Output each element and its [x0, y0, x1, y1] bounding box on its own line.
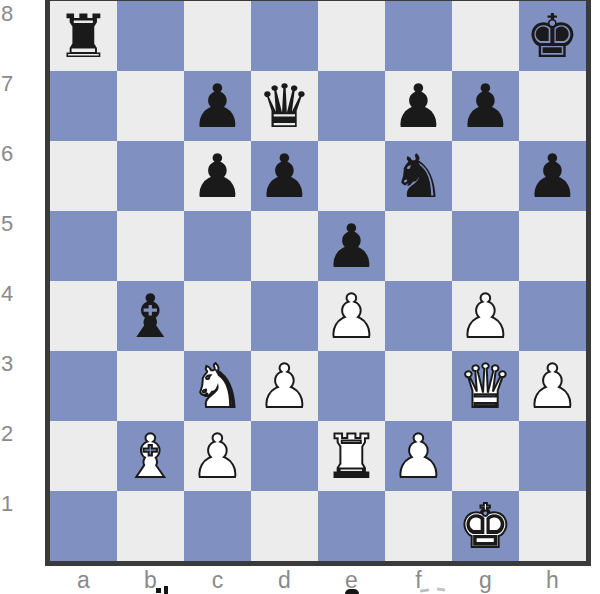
white-knight[interactable]: ♞	[191, 351, 245, 421]
rank-label-2: 2	[1, 420, 21, 490]
square-b8[interactable]	[117, 1, 184, 71]
square-b3[interactable]	[117, 351, 184, 421]
cropped-text-fragment	[345, 589, 359, 594]
white-rook[interactable]: ♜	[325, 421, 379, 491]
black-pawn[interactable]: ♟	[191, 71, 245, 141]
square-c5[interactable]	[184, 211, 251, 281]
square-f1[interactable]	[385, 491, 452, 561]
square-h5[interactable]	[519, 211, 586, 281]
square-a8[interactable]: ♜	[50, 1, 117, 71]
black-pawn[interactable]: ♟	[526, 141, 580, 211]
square-f4[interactable]	[385, 281, 452, 351]
square-d4[interactable]	[251, 281, 318, 351]
black-pawn[interactable]: ♟	[258, 141, 312, 211]
black-rook[interactable]: ♜	[57, 1, 111, 71]
file-labels: abcdefgh	[50, 566, 586, 592]
square-d2[interactable]	[251, 421, 318, 491]
square-b5[interactable]	[117, 211, 184, 281]
cropped-text-fragment	[164, 586, 168, 594]
rank-label-4: 4	[1, 280, 21, 350]
square-e4[interactable]: ♟	[318, 281, 385, 351]
square-a2[interactable]	[50, 421, 117, 491]
square-b6[interactable]	[117, 141, 184, 211]
square-g6[interactable]	[452, 141, 519, 211]
square-f5[interactable]	[385, 211, 452, 281]
square-d3[interactable]: ♟	[251, 351, 318, 421]
square-h8[interactable]: ♚	[519, 1, 586, 71]
square-d7[interactable]: ♛	[251, 71, 318, 141]
square-h4[interactable]	[519, 281, 586, 351]
file-label-a: a	[50, 566, 117, 592]
square-g2[interactable]	[452, 421, 519, 491]
square-e1[interactable]	[318, 491, 385, 561]
square-c4[interactable]	[184, 281, 251, 351]
cropped-text-fragment	[156, 588, 161, 593]
square-d6[interactable]: ♟	[251, 141, 318, 211]
square-g1[interactable]: ♚	[452, 491, 519, 561]
square-a7[interactable]	[50, 71, 117, 141]
black-pawn[interactable]: ♟	[325, 211, 379, 281]
square-f7[interactable]: ♟	[385, 71, 452, 141]
square-c8[interactable]	[184, 1, 251, 71]
square-g8[interactable]	[452, 1, 519, 71]
white-king[interactable]: ♚	[459, 491, 513, 561]
board-frame: ♜♚♟♛♟♟♟♟♞♟♟♝♟♟♞♟♛♟♝♟♜♟♚	[45, 0, 591, 566]
square-c7[interactable]: ♟	[184, 71, 251, 141]
rank-labels: 87654321	[1, 0, 21, 560]
square-b4[interactable]: ♝	[117, 281, 184, 351]
white-bishop[interactable]: ♝	[124, 421, 178, 491]
square-f3[interactable]	[385, 351, 452, 421]
white-pawn[interactable]: ♟	[191, 421, 245, 491]
black-bishop[interactable]: ♝	[124, 281, 178, 351]
white-pawn[interactable]: ♟	[258, 351, 312, 421]
square-g4[interactable]: ♟	[452, 281, 519, 351]
square-g7[interactable]: ♟	[452, 71, 519, 141]
square-f6[interactable]: ♞	[385, 141, 452, 211]
white-pawn[interactable]: ♟	[526, 351, 580, 421]
square-e6[interactable]	[318, 141, 385, 211]
square-e8[interactable]	[318, 1, 385, 71]
square-b1[interactable]	[117, 491, 184, 561]
square-f2[interactable]: ♟	[385, 421, 452, 491]
rank-label-8: 8	[1, 0, 21, 70]
black-pawn[interactable]: ♟	[459, 71, 513, 141]
black-king[interactable]: ♚	[526, 1, 580, 71]
rank-label-6: 6	[1, 140, 21, 210]
file-label-c: c	[184, 566, 251, 592]
square-g5[interactable]	[452, 211, 519, 281]
square-a5[interactable]	[50, 211, 117, 281]
white-pawn[interactable]: ♟	[459, 281, 513, 351]
square-a6[interactable]	[50, 141, 117, 211]
square-f8[interactable]	[385, 1, 452, 71]
square-c6[interactable]: ♟	[184, 141, 251, 211]
square-h1[interactable]	[519, 491, 586, 561]
square-b7[interactable]	[117, 71, 184, 141]
square-e2[interactable]: ♜	[318, 421, 385, 491]
file-label-h: h	[519, 566, 586, 592]
square-a3[interactable]	[50, 351, 117, 421]
black-pawn[interactable]: ♟	[392, 71, 446, 141]
square-c1[interactable]	[184, 491, 251, 561]
black-queen[interactable]: ♛	[258, 71, 312, 141]
rank-label-5: 5	[1, 210, 21, 280]
square-d1[interactable]	[251, 491, 318, 561]
square-c3[interactable]: ♞	[184, 351, 251, 421]
black-knight[interactable]: ♞	[392, 141, 446, 211]
white-queen[interactable]: ♛	[459, 351, 513, 421]
white-pawn[interactable]: ♟	[325, 281, 379, 351]
black-pawn[interactable]: ♟	[191, 141, 245, 211]
square-e3[interactable]	[318, 351, 385, 421]
file-label-g: g	[452, 566, 519, 592]
square-h7[interactable]	[519, 71, 586, 141]
chess-board: ♜♚♟♛♟♟♟♟♞♟♟♝♟♟♞♟♛♟♝♟♜♟♚	[50, 1, 586, 561]
white-pawn[interactable]: ♟	[392, 421, 446, 491]
square-d5[interactable]	[251, 211, 318, 281]
rank-label-7: 7	[1, 70, 21, 140]
square-h2[interactable]	[519, 421, 586, 491]
square-e7[interactable]	[318, 71, 385, 141]
square-c2[interactable]: ♟	[184, 421, 251, 491]
chess-diagram: 87654321 ♜♚♟♛♟♟♟♟♞♟♟♝♟♟♞♟♛♟♝♟♜♟♚ abcdefg…	[0, 0, 600, 594]
square-e5[interactable]: ♟	[318, 211, 385, 281]
square-a1[interactable]	[50, 491, 117, 561]
square-g3[interactable]: ♛	[452, 351, 519, 421]
rank-label-3: 3	[1, 350, 21, 420]
square-d8[interactable]	[251, 1, 318, 71]
square-h6[interactable]: ♟	[519, 141, 586, 211]
square-h3[interactable]: ♟	[519, 351, 586, 421]
file-label-b: b	[117, 566, 184, 592]
rank-label-1: 1	[1, 490, 21, 560]
square-b2[interactable]: ♝	[117, 421, 184, 491]
file-label-d: d	[251, 566, 318, 592]
square-a4[interactable]	[50, 281, 117, 351]
